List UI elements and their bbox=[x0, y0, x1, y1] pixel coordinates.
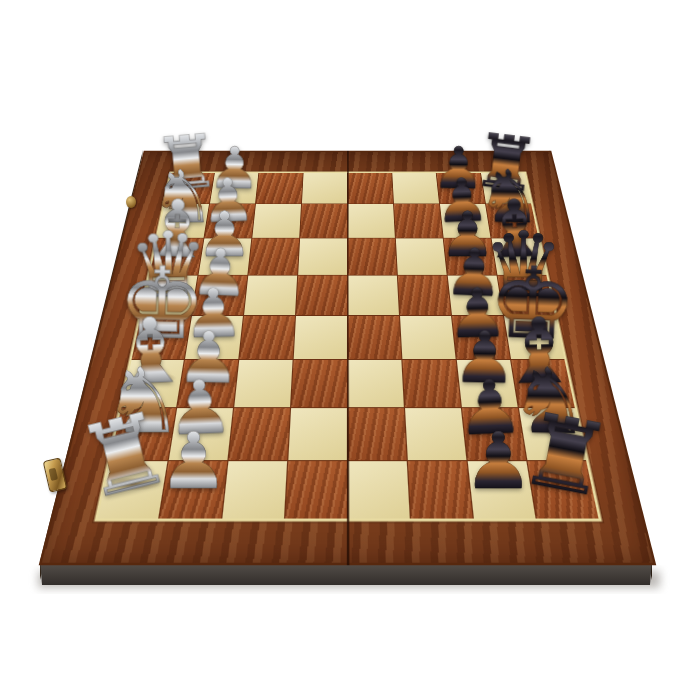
square-c3[interactable] bbox=[249, 239, 300, 275]
square-c5[interactable] bbox=[348, 239, 397, 275]
square-e3[interactable] bbox=[240, 316, 295, 359]
square-d6[interactable] bbox=[398, 276, 451, 315]
square-g3[interactable] bbox=[229, 408, 290, 460]
square-g5[interactable] bbox=[348, 408, 406, 460]
square-h4[interactable] bbox=[285, 461, 347, 518]
table-shadow bbox=[38, 571, 660, 588]
square-a5[interactable] bbox=[348, 173, 393, 204]
square-a4[interactable] bbox=[302, 173, 347, 204]
square-f5[interactable] bbox=[348, 360, 404, 407]
square-b3[interactable] bbox=[253, 204, 302, 238]
brass-hinge-pin bbox=[126, 196, 136, 208]
square-e4[interactable] bbox=[294, 316, 347, 359]
square-d5[interactable] bbox=[348, 276, 399, 315]
piece-wP-h2[interactable]: ♟ bbox=[159, 423, 229, 501]
square-f4[interactable] bbox=[291, 360, 347, 407]
square-g4[interactable] bbox=[288, 408, 346, 460]
square-c4[interactable] bbox=[298, 239, 347, 275]
square-b5[interactable] bbox=[348, 204, 395, 238]
square-f3[interactable] bbox=[235, 360, 293, 407]
square-a3[interactable] bbox=[256, 173, 303, 204]
square-d3[interactable] bbox=[244, 276, 297, 315]
square-h3[interactable] bbox=[223, 461, 288, 518]
black-r-glyph: ♜ bbox=[513, 399, 619, 513]
chess-set-photo: ♜♟♟♜♞♟♟♞♝♟♟♝♛♟♟♛♚♟♟♚♝♟♟♝♞♟♟♞♜♟♟♜ Overhea… bbox=[0, 0, 700, 700]
square-e5[interactable] bbox=[348, 316, 401, 359]
square-d4[interactable] bbox=[296, 276, 347, 315]
square-b4[interactable] bbox=[300, 204, 347, 238]
piece-bR-h8[interactable]: ♜ bbox=[513, 399, 619, 513]
square-h5[interactable] bbox=[348, 461, 410, 518]
white-p-glyph: ♟ bbox=[159, 423, 229, 501]
